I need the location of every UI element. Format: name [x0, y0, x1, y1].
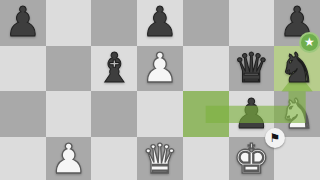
square-b6[interactable] [46, 46, 92, 92]
black-knight-g6[interactable]: ♞ [274, 46, 320, 92]
flag-icon: ⚑ [270, 132, 281, 144]
square-d5[interactable] [137, 91, 183, 137]
black-queen-f6[interactable]: ♛ [229, 46, 275, 92]
square-c5[interactable] [91, 91, 137, 137]
white-queen-d4[interactable]: ♛ [137, 137, 183, 180]
square-b5[interactable] [46, 91, 92, 137]
game-over-flag-badge: ⚑ [265, 128, 285, 148]
square-e4[interactable] [183, 137, 229, 180]
square-e5[interactable] [183, 91, 229, 137]
black-pawn-d7[interactable]: ♟ [137, 0, 183, 46]
white-pawn-b4[interactable]: ♟ [46, 137, 92, 180]
square-c7[interactable] [91, 0, 137, 46]
square-a5[interactable] [0, 91, 46, 137]
square-b7[interactable] [46, 0, 92, 46]
square-e7[interactable] [183, 0, 229, 46]
square-a6[interactable] [0, 46, 46, 92]
black-pawn-a7[interactable]: ♟ [0, 0, 46, 46]
chess-analysis-screenshot: ♟♟♟♝♟♛♞♟♞♟♛♚ ★ ⚑ [0, 0, 320, 180]
star-icon: ★ [304, 36, 315, 48]
square-a4[interactable] [0, 137, 46, 180]
square-e6[interactable] [183, 46, 229, 92]
best-move-star-badge: ★ [299, 32, 320, 53]
black-bishop-c6[interactable]: ♝ [91, 46, 137, 92]
square-c4[interactable] [91, 137, 137, 180]
chess-board: ♟♟♟♝♟♛♞♟♞♟♛♚ [0, 0, 320, 180]
white-pawn-d6[interactable]: ♟ [137, 46, 183, 92]
square-f7[interactable] [229, 0, 275, 46]
